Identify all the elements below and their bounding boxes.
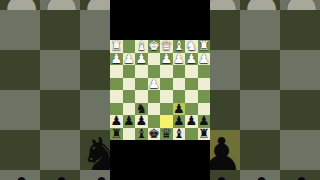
black-rook-a8[interactable]: ♜ bbox=[198, 128, 211, 141]
square-d4[interactable] bbox=[160, 78, 173, 91]
backdrop-square-g3 bbox=[40, 10, 80, 50]
backdrop-square-g4 bbox=[40, 50, 80, 90]
backdrop-square-g6 bbox=[40, 130, 80, 170]
backdrop-black-pawn-g7: ♟ bbox=[40, 175, 80, 180]
white-pawn-b2[interactable]: ♟ bbox=[185, 53, 198, 66]
backdrop-square-h6 bbox=[0, 130, 40, 170]
backdrop-square-a6 bbox=[280, 130, 320, 170]
video-center-strip: ♜♝♚♛♝♞♜♟♟♟♟♟♟♟♟♞♟♟♟♟♟♟♟♜♝♚♛♝♜ bbox=[110, 0, 210, 180]
backdrop-black-pawn-b7: ♟ bbox=[240, 175, 280, 180]
square-h4[interactable] bbox=[110, 78, 123, 91]
square-a5[interactable] bbox=[198, 90, 211, 103]
black-queen-d8[interactable]: ♛ bbox=[160, 128, 173, 141]
white-pawn-g2[interactable]: ♟ bbox=[123, 53, 136, 66]
square-h5[interactable] bbox=[110, 90, 123, 103]
white-pawn-d2[interactable]: ♟ bbox=[160, 53, 173, 66]
square-a4[interactable] bbox=[198, 78, 211, 91]
black-pawn-b7[interactable]: ♟ bbox=[185, 115, 198, 128]
black-bishop-f8[interactable]: ♝ bbox=[135, 128, 148, 141]
white-pawn-a2[interactable]: ♟ bbox=[198, 53, 211, 66]
square-f4[interactable] bbox=[135, 78, 148, 91]
square-e6[interactable] bbox=[148, 103, 161, 116]
white-pawn-h2[interactable]: ♟ bbox=[110, 53, 123, 66]
backdrop-square-a4 bbox=[280, 50, 320, 90]
square-d3[interactable] bbox=[160, 65, 173, 78]
white-pawn-f2[interactable]: ♟ bbox=[135, 53, 148, 66]
square-e5[interactable] bbox=[148, 90, 161, 103]
square-b5[interactable] bbox=[185, 90, 198, 103]
backdrop-square-b6 bbox=[240, 130, 280, 170]
square-g3[interactable] bbox=[123, 65, 136, 78]
square-g8[interactable] bbox=[123, 128, 136, 141]
square-b8[interactable] bbox=[185, 128, 198, 141]
square-g4[interactable] bbox=[123, 78, 136, 91]
square-d5[interactable] bbox=[160, 90, 173, 103]
square-b3[interactable] bbox=[185, 65, 198, 78]
square-b4[interactable] bbox=[185, 78, 198, 91]
backdrop-square-a3 bbox=[280, 10, 320, 50]
backdrop-black-pawn-a7: ♟ bbox=[280, 175, 320, 180]
video-frame: ♟♟♟♟♟♟♟♟♞♟♟♟♟♟♟♟ ♜♝♚♛♝♞♜♟♟♟♟♟♟♟♟♞♟♟♟♟♟♟♟… bbox=[0, 0, 320, 180]
backdrop-square-b4 bbox=[240, 50, 280, 90]
backdrop-square-h3 bbox=[0, 10, 40, 50]
square-e2[interactable] bbox=[148, 53, 161, 66]
square-a3[interactable] bbox=[198, 65, 211, 78]
white-pawn-e4[interactable]: ♟ bbox=[148, 78, 161, 91]
square-g5[interactable] bbox=[123, 90, 136, 103]
backdrop-square-b3 bbox=[240, 10, 280, 50]
square-d6[interactable] bbox=[160, 103, 173, 116]
backdrop-black-pawn-h7: ♟ bbox=[0, 175, 40, 180]
black-bishop-c8[interactable]: ♝ bbox=[173, 128, 186, 141]
black-rook-h8[interactable]: ♜ bbox=[110, 128, 123, 141]
backdrop-square-b5 bbox=[240, 90, 280, 130]
white-pawn-c2[interactable]: ♟ bbox=[173, 53, 186, 66]
black-pawn-g7[interactable]: ♟ bbox=[123, 115, 136, 128]
white-king-e1[interactable]: ♚ bbox=[148, 40, 161, 53]
square-h3[interactable] bbox=[110, 65, 123, 78]
backdrop-square-g5 bbox=[40, 90, 80, 130]
square-f3[interactable] bbox=[135, 65, 148, 78]
backdrop-square-a5 bbox=[280, 90, 320, 130]
square-c4[interactable] bbox=[173, 78, 186, 91]
backdrop-square-h4 bbox=[0, 50, 40, 90]
black-king-e8[interactable]: ♚ bbox=[148, 128, 161, 141]
square-c3[interactable] bbox=[173, 65, 186, 78]
backdrop-square-h5 bbox=[0, 90, 40, 130]
chess-board[interactable]: ♜♝♚♛♝♞♜♟♟♟♟♟♟♟♟♞♟♟♟♟♟♟♟♜♝♚♛♝♜ bbox=[110, 40, 210, 140]
